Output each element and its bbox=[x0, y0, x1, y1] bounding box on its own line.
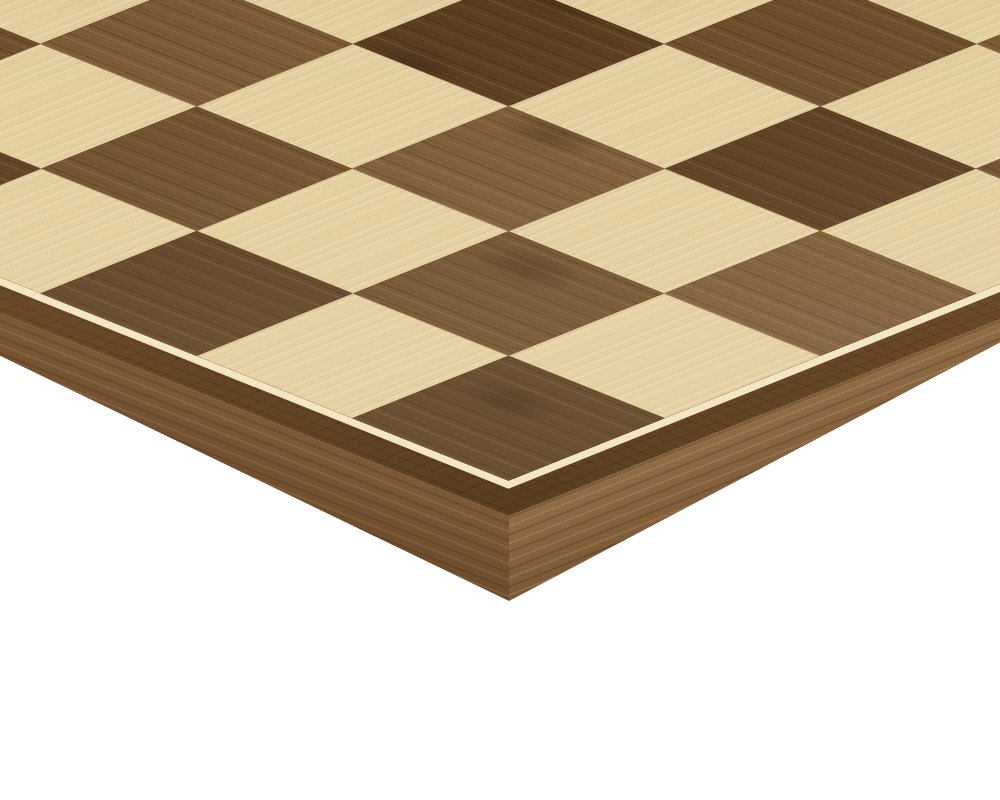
product-photo-white-background bbox=[0, 0, 1000, 800]
chessboard-frame bbox=[0, 0, 1000, 516]
